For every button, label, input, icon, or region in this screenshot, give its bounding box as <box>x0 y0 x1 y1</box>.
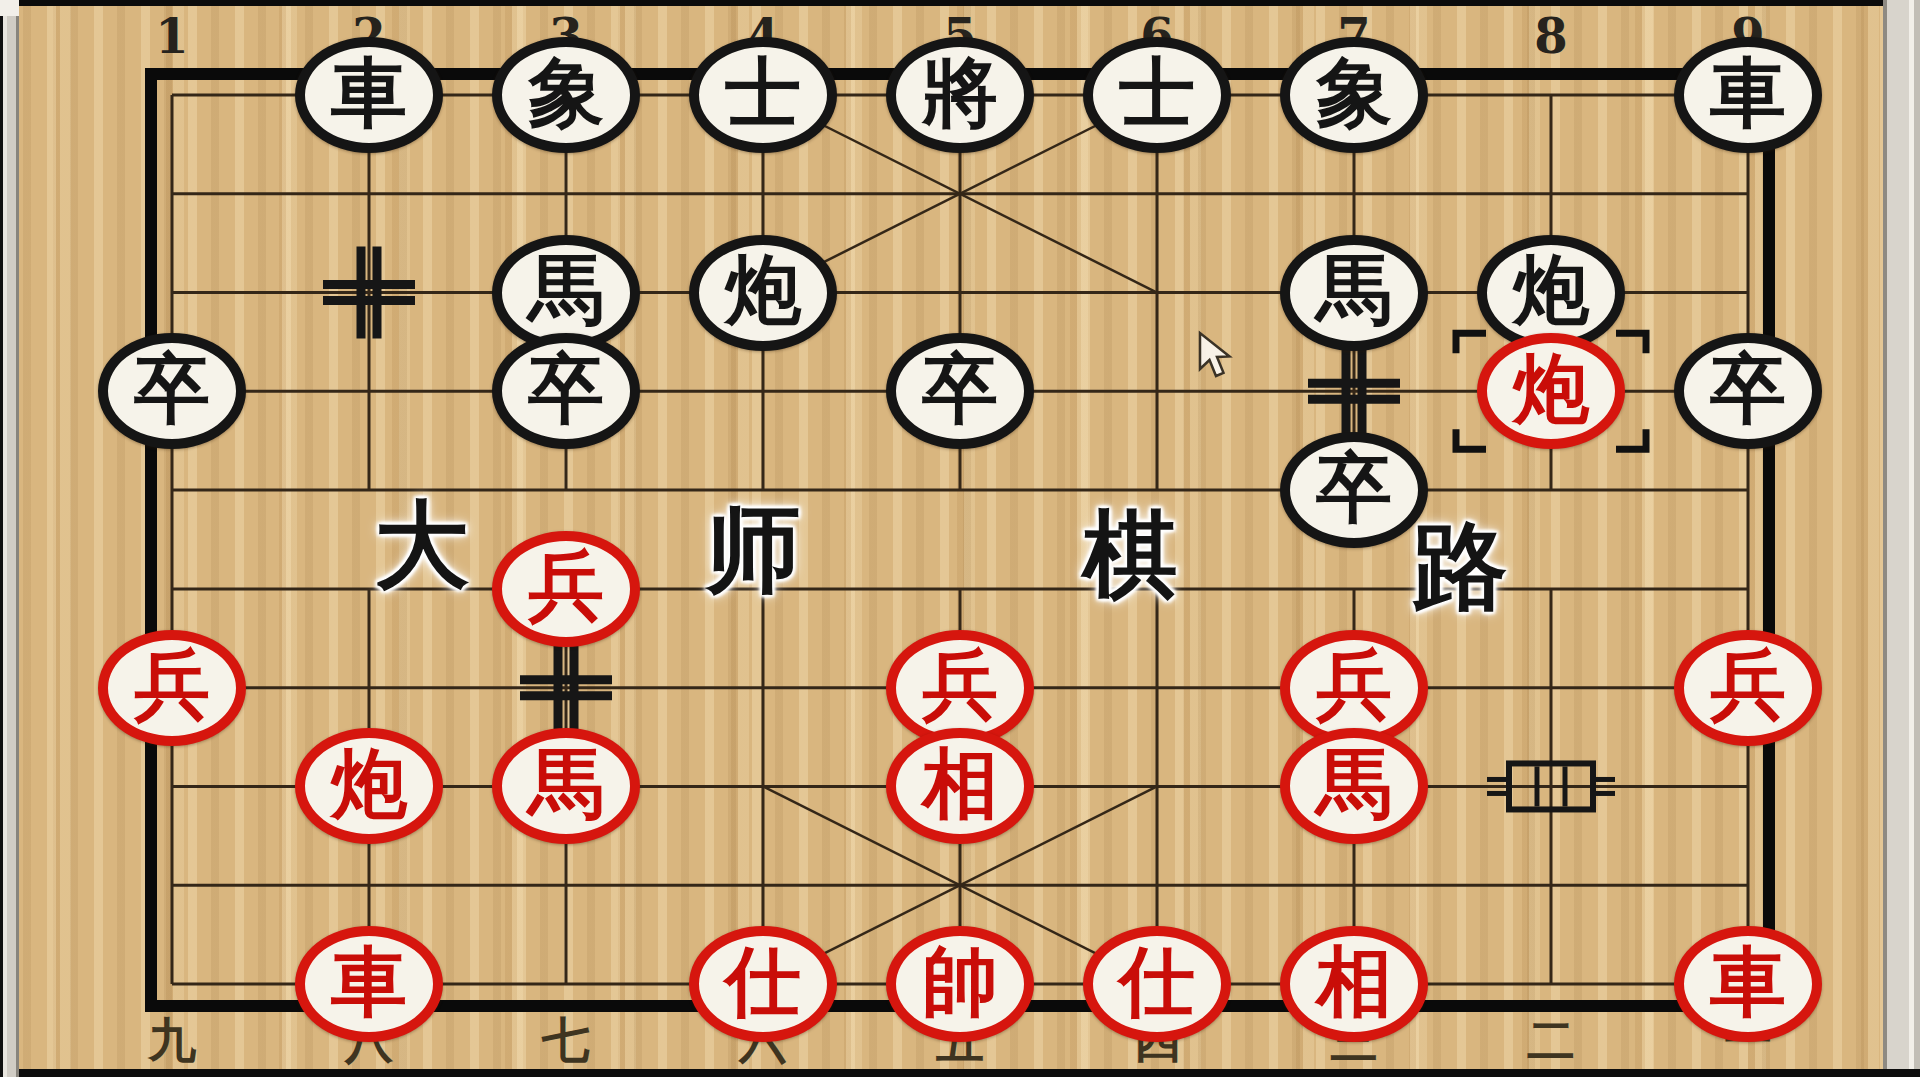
cursor-arrow <box>1200 333 1230 376</box>
screen: { "game": "xiangqi", "position": { "fen"… <box>0 0 1920 1077</box>
mouse-cursor <box>0 0 1920 1077</box>
